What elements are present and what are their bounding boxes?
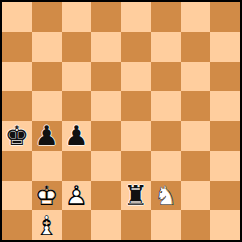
square-a2[interactable] [2,181,32,211]
square-a8[interactable] [2,2,32,32]
square-d1[interactable] [91,210,121,240]
square-g5[interactable] [181,91,211,121]
piece-white-bishop[interactable]: ♝♗ [33,212,60,239]
square-d2[interactable] [91,181,121,211]
square-f4[interactable] [151,121,181,151]
square-c4[interactable]: ♟ [62,121,92,151]
square-g4[interactable] [181,121,211,151]
square-e8[interactable] [121,2,151,32]
square-a5[interactable] [2,91,32,121]
square-h4[interactable] [210,121,240,151]
square-g8[interactable] [181,2,211,32]
piece-black-pawn[interactable]: ♟ [33,122,60,149]
square-a3[interactable] [2,151,32,181]
square-f6[interactable] [151,62,181,92]
square-h5[interactable] [210,91,240,121]
black-king-glyph: ♚ [3,122,30,149]
square-a1[interactable] [2,210,32,240]
square-d7[interactable] [91,32,121,62]
black-pawn-glyph: ♟ [33,122,60,149]
square-b7[interactable] [32,32,62,62]
piece-black-king[interactable]: ♚ [3,122,30,149]
square-c8[interactable] [62,2,92,32]
square-e1[interactable] [121,210,151,240]
white-king-outline-glyph: ♔ [33,182,60,209]
square-h8[interactable] [210,2,240,32]
square-e6[interactable] [121,62,151,92]
square-a6[interactable] [2,62,32,92]
square-b6[interactable] [32,62,62,92]
square-c1[interactable] [62,210,92,240]
black-rook-glyph: ♜ [122,182,149,209]
square-e5[interactable] [121,91,151,121]
square-b1[interactable]: ♝♗ [32,210,62,240]
square-e3[interactable] [121,151,151,181]
square-b8[interactable] [32,2,62,32]
square-e2[interactable]: ♜ [121,181,151,211]
square-g7[interactable] [181,32,211,62]
square-c7[interactable] [62,32,92,62]
square-c3[interactable] [62,151,92,181]
square-h3[interactable] [210,151,240,181]
square-f2[interactable]: ♞♘ [151,181,181,211]
square-d5[interactable] [91,91,121,121]
piece-white-pawn[interactable]: ♟♙ [63,182,90,209]
square-f8[interactable] [151,2,181,32]
piece-white-king[interactable]: ♚♔ [33,182,60,209]
square-f1[interactable] [151,210,181,240]
square-a7[interactable] [2,32,32,62]
square-d3[interactable] [91,151,121,181]
square-g6[interactable] [181,62,211,92]
square-b4[interactable]: ♟ [32,121,62,151]
black-pawn-glyph: ♟ [63,122,90,149]
square-e4[interactable] [121,121,151,151]
square-h1[interactable] [210,210,240,240]
square-b5[interactable] [32,91,62,121]
white-pawn-outline-glyph: ♙ [63,182,90,209]
white-bishop-outline-glyph: ♗ [33,212,60,239]
square-f7[interactable] [151,32,181,62]
white-knight-outline-glyph: ♘ [152,182,179,209]
square-g1[interactable] [181,210,211,240]
square-e7[interactable] [121,32,151,62]
square-g3[interactable] [181,151,211,181]
piece-black-pawn[interactable]: ♟ [63,122,90,149]
square-b3[interactable] [32,151,62,181]
square-a4[interactable]: ♚ [2,121,32,151]
square-h2[interactable] [210,181,240,211]
square-f5[interactable] [151,91,181,121]
square-c2[interactable]: ♟♙ [62,181,92,211]
square-d8[interactable] [91,2,121,32]
square-b2[interactable]: ♚♔ [32,181,62,211]
piece-white-knight[interactable]: ♞♘ [152,182,179,209]
square-d6[interactable] [91,62,121,92]
square-c6[interactable] [62,62,92,92]
chess-board: ♚♟♟♚♔♟♙♜♞♘♝♗ [0,0,242,242]
square-h7[interactable] [210,32,240,62]
square-f3[interactable] [151,151,181,181]
square-h6[interactable] [210,62,240,92]
square-c5[interactable] [62,91,92,121]
square-g2[interactable] [181,181,211,211]
piece-black-rook[interactable]: ♜ [122,182,149,209]
square-d4[interactable] [91,121,121,151]
